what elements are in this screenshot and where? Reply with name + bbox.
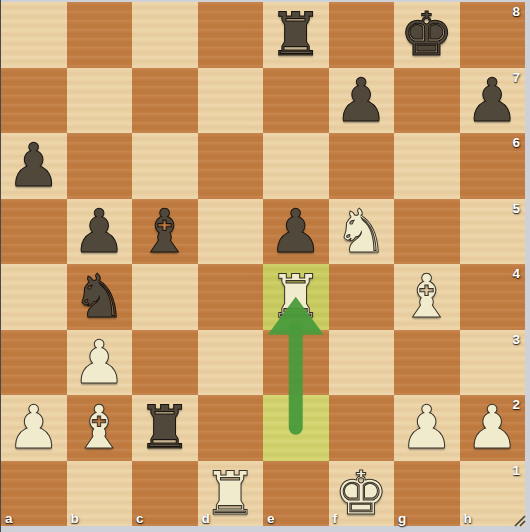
square-b2[interactable]: ♝ <box>67 395 133 461</box>
square-h2[interactable]: 2♟ <box>460 395 526 461</box>
square-c7[interactable] <box>132 68 198 134</box>
square-b1[interactable]: b <box>67 461 133 527</box>
square-e6[interactable] <box>263 133 329 199</box>
window-edge <box>0 0 1 532</box>
square-c6[interactable] <box>132 133 198 199</box>
piece-white-pawn[interactable]: ♟ <box>1 395 67 461</box>
square-e5[interactable]: ♟ <box>263 199 329 265</box>
piece-black-pawn[interactable]: ♟ <box>329 68 395 134</box>
square-c3[interactable] <box>132 330 198 396</box>
square-a2[interactable]: ♟ <box>1 395 67 461</box>
piece-black-bishop[interactable]: ♝ <box>132 199 198 265</box>
piece-black-pawn[interactable]: ♟ <box>263 199 329 265</box>
square-a4[interactable] <box>1 264 67 330</box>
square-g8[interactable]: ♚ <box>394 2 460 68</box>
square-h3[interactable]: 3 <box>460 330 526 396</box>
square-f2[interactable] <box>329 395 395 461</box>
rank-label-7: 7 <box>512 70 520 85</box>
rank-label-3: 3 <box>512 332 520 347</box>
square-a3[interactable] <box>1 330 67 396</box>
square-d5[interactable] <box>198 199 264 265</box>
file-label-g: g <box>398 511 406 526</box>
square-g2[interactable]: ♟ <box>394 395 460 461</box>
square-f6[interactable] <box>329 133 395 199</box>
square-a7[interactable] <box>1 68 67 134</box>
piece-white-pawn[interactable]: ♟ <box>394 395 460 461</box>
square-h7[interactable]: 7♟ <box>460 68 526 134</box>
square-h8[interactable]: 8 <box>460 2 526 68</box>
piece-black-king[interactable]: ♚ <box>394 2 460 68</box>
square-a8[interactable] <box>1 2 67 68</box>
square-f1[interactable]: f♚ <box>329 461 395 527</box>
square-f8[interactable] <box>329 2 395 68</box>
square-e3[interactable] <box>263 330 329 396</box>
square-c5[interactable]: ♝ <box>132 199 198 265</box>
square-g1[interactable]: g <box>394 461 460 527</box>
rank-label-8: 8 <box>512 4 520 19</box>
square-e2[interactable] <box>263 395 329 461</box>
chess-board: ♜♚8♟7♟♟6♟♝♟♞5♞♜♝4♟3♟♝♜♟2♟abcd♜ef♚g1h <box>1 2 525 526</box>
square-g3[interactable] <box>394 330 460 396</box>
square-a1[interactable]: a <box>1 461 67 527</box>
square-e1[interactable]: e <box>263 461 329 527</box>
rank-label-6: 6 <box>512 135 520 150</box>
rank-label-2: 2 <box>512 397 520 412</box>
file-label-a: a <box>5 511 13 526</box>
square-a5[interactable] <box>1 199 67 265</box>
file-label-c: c <box>136 511 144 526</box>
square-g4[interactable]: ♝ <box>394 264 460 330</box>
square-h4[interactable]: 4 <box>460 264 526 330</box>
square-d1[interactable]: d♜ <box>198 461 264 527</box>
square-f5[interactable]: ♞ <box>329 199 395 265</box>
square-g5[interactable] <box>394 199 460 265</box>
file-label-d: d <box>202 511 210 526</box>
square-d8[interactable] <box>198 2 264 68</box>
square-c1[interactable]: c <box>132 461 198 527</box>
square-b6[interactable] <box>67 133 133 199</box>
square-h5[interactable]: 5 <box>460 199 526 265</box>
file-label-e: e <box>267 511 275 526</box>
piece-white-knight[interactable]: ♞ <box>329 199 395 265</box>
square-e7[interactable] <box>263 68 329 134</box>
square-b5[interactable]: ♟ <box>67 199 133 265</box>
square-d6[interactable] <box>198 133 264 199</box>
piece-black-knight[interactable]: ♞ <box>67 264 133 330</box>
piece-white-rook[interactable]: ♜ <box>263 264 329 330</box>
square-g7[interactable] <box>394 68 460 134</box>
square-a6[interactable]: ♟ <box>1 133 67 199</box>
resize-handle-icon[interactable] <box>513 514 526 527</box>
square-f7[interactable]: ♟ <box>329 68 395 134</box>
square-d7[interactable] <box>198 68 264 134</box>
piece-black-rook[interactable]: ♜ <box>132 395 198 461</box>
square-e8[interactable]: ♜ <box>263 2 329 68</box>
rank-label-5: 5 <box>512 201 520 216</box>
square-b4[interactable]: ♞ <box>67 264 133 330</box>
square-b7[interactable] <box>67 68 133 134</box>
piece-black-pawn[interactable]: ♟ <box>67 199 133 265</box>
square-c4[interactable] <box>132 264 198 330</box>
square-c8[interactable] <box>132 2 198 68</box>
file-label-b: b <box>71 511 79 526</box>
rank-label-1: 1 <box>512 463 520 478</box>
piece-white-bishop[interactable]: ♝ <box>394 264 460 330</box>
square-e4[interactable]: ♜ <box>263 264 329 330</box>
square-d2[interactable] <box>198 395 264 461</box>
square-c2[interactable]: ♜ <box>132 395 198 461</box>
square-d4[interactable] <box>198 264 264 330</box>
rank-label-4: 4 <box>512 266 520 281</box>
piece-white-king[interactable]: ♚ <box>329 461 395 527</box>
piece-black-pawn[interactable]: ♟ <box>1 133 67 199</box>
square-h6[interactable]: 6 <box>460 133 526 199</box>
file-label-h: h <box>464 511 472 526</box>
square-f3[interactable] <box>329 330 395 396</box>
square-d3[interactable] <box>198 330 264 396</box>
square-b8[interactable] <box>67 2 133 68</box>
square-g6[interactable] <box>394 133 460 199</box>
file-label-f: f <box>333 511 338 526</box>
piece-black-rook[interactable]: ♜ <box>263 2 329 68</box>
square-b3[interactable]: ♟ <box>67 330 133 396</box>
piece-white-pawn[interactable]: ♟ <box>67 330 133 396</box>
square-f4[interactable] <box>329 264 395 330</box>
piece-white-bishop[interactable]: ♝ <box>67 395 133 461</box>
